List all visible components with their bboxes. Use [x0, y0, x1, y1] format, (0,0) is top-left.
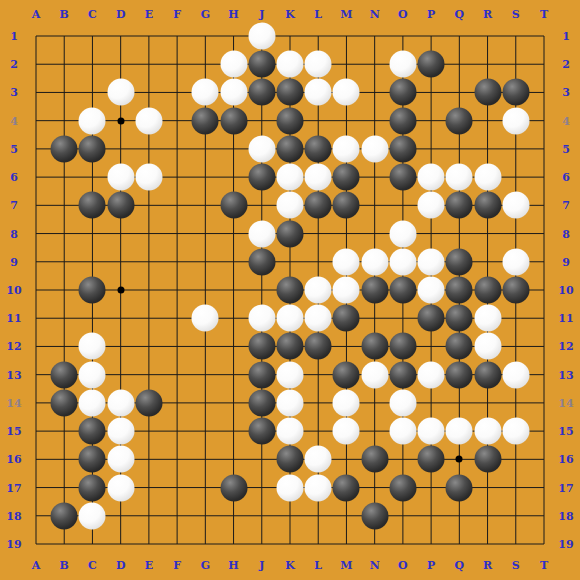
- white-stone-S9: [502, 248, 529, 275]
- white-stone-C4: [79, 107, 106, 134]
- black-stone-K16: [277, 446, 304, 473]
- white-stone-M5: [333, 135, 360, 162]
- black-stone-P16: [418, 446, 445, 473]
- black-stone-O13: [389, 361, 416, 388]
- row-label-19: 19: [6, 539, 21, 550]
- white-stone-D17: [107, 474, 134, 501]
- column-label-P: P: [427, 560, 435, 571]
- column-label-Q: Q: [455, 9, 465, 20]
- black-stone-J3: [248, 79, 275, 106]
- column-label-B: B: [60, 9, 69, 20]
- black-stone-H4: [220, 107, 247, 134]
- row-label-4: 4: [562, 115, 570, 126]
- black-stone-N16: [361, 446, 388, 473]
- black-stone-H17: [220, 474, 247, 501]
- white-stone-C14: [79, 389, 106, 416]
- black-stone-H7: [220, 192, 247, 219]
- row-label-9: 9: [562, 256, 570, 267]
- black-stone-Q17: [446, 474, 473, 501]
- black-stone-O6: [389, 164, 416, 191]
- column-label-T: T: [540, 9, 548, 20]
- column-label-S: S: [512, 560, 520, 571]
- column-label-A: A: [32, 9, 41, 20]
- black-stone-N18: [361, 502, 388, 529]
- column-label-C: C: [88, 560, 97, 571]
- row-label-18: 18: [6, 510, 21, 521]
- row-label-17: 17: [6, 482, 21, 493]
- white-stone-G3: [192, 79, 219, 106]
- black-stone-B14: [51, 389, 78, 416]
- row-label-12: 12: [558, 341, 573, 352]
- black-stone-D7: [107, 192, 134, 219]
- black-stone-O4: [389, 107, 416, 134]
- black-stone-N10: [361, 277, 388, 304]
- row-label-17: 17: [558, 482, 573, 493]
- row-label-12: 12: [6, 341, 21, 352]
- black-stone-O3: [389, 79, 416, 106]
- column-label-G: G: [201, 560, 210, 571]
- column-label-S: S: [512, 9, 520, 20]
- column-label-R: R: [483, 9, 492, 20]
- black-stone-K3: [277, 79, 304, 106]
- column-label-H: H: [228, 560, 238, 571]
- black-stone-Q4: [446, 107, 473, 134]
- row-label-2: 2: [562, 59, 570, 70]
- black-stone-O12: [389, 333, 416, 360]
- white-stone-P6: [418, 164, 445, 191]
- row-label-1: 1: [10, 31, 18, 42]
- white-stone-R12: [474, 333, 501, 360]
- white-stone-J8: [248, 220, 275, 247]
- black-stone-R16: [474, 446, 501, 473]
- black-stone-K8: [277, 220, 304, 247]
- white-stone-C18: [79, 502, 106, 529]
- row-label-1: 1: [562, 31, 570, 42]
- column-label-R: R: [483, 560, 492, 571]
- white-stone-K2: [277, 51, 304, 78]
- white-stone-K7: [277, 192, 304, 219]
- white-stone-J5: [248, 135, 275, 162]
- white-stone-O2: [389, 51, 416, 78]
- column-label-L: L: [314, 9, 322, 20]
- black-stone-J9: [248, 248, 275, 275]
- column-label-E: E: [145, 9, 153, 20]
- column-label-K: K: [285, 9, 295, 20]
- black-stone-B5: [51, 135, 78, 162]
- white-stone-Q6: [446, 164, 473, 191]
- white-stone-M3: [333, 79, 360, 106]
- black-stone-K10: [277, 277, 304, 304]
- column-label-M: M: [340, 560, 352, 571]
- white-stone-R11: [474, 305, 501, 332]
- column-label-E: E: [145, 560, 153, 571]
- row-label-18: 18: [558, 510, 573, 521]
- row-label-3: 3: [562, 87, 570, 98]
- row-label-13: 13: [6, 369, 21, 380]
- column-label-F: F: [173, 9, 181, 20]
- row-label-15: 15: [6, 426, 21, 437]
- white-stone-O15: [389, 418, 416, 445]
- row-label-14: 14: [6, 397, 21, 408]
- row-label-10: 10: [6, 285, 21, 296]
- column-label-J: J: [259, 560, 264, 571]
- black-stone-C10: [79, 277, 106, 304]
- black-stone-P2: [418, 51, 445, 78]
- white-stone-O9: [389, 248, 416, 275]
- black-stone-M6: [333, 164, 360, 191]
- column-label-L: L: [314, 560, 322, 571]
- column-label-P: P: [427, 9, 435, 20]
- white-stone-O8: [389, 220, 416, 247]
- white-stone-P13: [418, 361, 445, 388]
- black-stone-M7: [333, 192, 360, 219]
- row-label-16: 16: [558, 454, 573, 465]
- row-label-9: 9: [10, 256, 18, 267]
- black-stone-O10: [389, 277, 416, 304]
- black-stone-S3: [502, 79, 529, 106]
- row-label-6: 6: [10, 172, 18, 183]
- row-label-8: 8: [562, 228, 570, 239]
- column-label-D: D: [116, 9, 126, 20]
- row-label-15: 15: [558, 426, 573, 437]
- black-stone-B13: [51, 361, 78, 388]
- white-stone-L16: [305, 446, 332, 473]
- black-stone-J6: [248, 164, 275, 191]
- white-stone-N5: [361, 135, 388, 162]
- star-point-Q16: [456, 456, 463, 463]
- black-stone-J15: [248, 418, 275, 445]
- row-label-8: 8: [10, 228, 18, 239]
- black-stone-Q13: [446, 361, 473, 388]
- black-stone-L7: [305, 192, 332, 219]
- white-stone-N9: [361, 248, 388, 275]
- column-label-O: O: [398, 9, 408, 20]
- black-stone-Q10: [446, 277, 473, 304]
- white-stone-P10: [418, 277, 445, 304]
- white-stone-K17: [277, 474, 304, 501]
- white-stone-S7: [502, 192, 529, 219]
- black-stone-R3: [474, 79, 501, 106]
- white-stone-C13: [79, 361, 106, 388]
- black-stone-G4: [192, 107, 219, 134]
- column-label-J: J: [259, 9, 264, 20]
- white-stone-E6: [135, 164, 162, 191]
- row-label-16: 16: [6, 454, 21, 465]
- black-stone-C5: [79, 135, 106, 162]
- white-stone-J11: [248, 305, 275, 332]
- white-stone-P9: [418, 248, 445, 275]
- column-label-Q: Q: [455, 560, 465, 571]
- white-stone-D14: [107, 389, 134, 416]
- white-stone-H2: [220, 51, 247, 78]
- black-stone-L12: [305, 333, 332, 360]
- column-label-N: N: [370, 560, 380, 571]
- black-stone-R7: [474, 192, 501, 219]
- star-point-D4: [117, 117, 124, 124]
- white-stone-K6: [277, 164, 304, 191]
- black-stone-R10: [474, 277, 501, 304]
- white-stone-L6: [305, 164, 332, 191]
- white-stone-D6: [107, 164, 134, 191]
- white-stone-G11: [192, 305, 219, 332]
- black-stone-J2: [248, 51, 275, 78]
- row-label-11: 11: [6, 313, 21, 324]
- white-stone-L11: [305, 305, 332, 332]
- column-label-A: A: [32, 560, 41, 571]
- row-label-7: 7: [10, 200, 18, 211]
- row-label-13: 13: [558, 369, 573, 380]
- white-stone-M10: [333, 277, 360, 304]
- black-stone-C16: [79, 446, 106, 473]
- white-stone-R6: [474, 164, 501, 191]
- row-label-2: 2: [10, 59, 18, 70]
- column-label-O: O: [398, 560, 408, 571]
- white-stone-K14: [277, 389, 304, 416]
- black-stone-Q11: [446, 305, 473, 332]
- row-label-10: 10: [558, 285, 573, 296]
- black-stone-Q9: [446, 248, 473, 275]
- white-stone-L2: [305, 51, 332, 78]
- white-stone-J1: [248, 23, 275, 50]
- black-stone-K4: [277, 107, 304, 134]
- white-stone-R15: [474, 418, 501, 445]
- white-stone-K13: [277, 361, 304, 388]
- black-stone-Q7: [446, 192, 473, 219]
- row-label-19: 19: [558, 539, 573, 550]
- column-label-B: B: [60, 560, 69, 571]
- black-stone-N12: [361, 333, 388, 360]
- white-stone-L10: [305, 277, 332, 304]
- row-label-14: 14: [558, 397, 573, 408]
- black-stone-J14: [248, 389, 275, 416]
- white-stone-L3: [305, 79, 332, 106]
- black-stone-R13: [474, 361, 501, 388]
- black-stone-J12: [248, 333, 275, 360]
- black-stone-C15: [79, 418, 106, 445]
- column-label-F: F: [173, 560, 181, 571]
- black-stone-M17: [333, 474, 360, 501]
- black-stone-S10: [502, 277, 529, 304]
- white-stone-M9: [333, 248, 360, 275]
- star-point-D10: [117, 287, 124, 294]
- column-label-M: M: [340, 9, 352, 20]
- white-stone-L17: [305, 474, 332, 501]
- column-label-D: D: [116, 560, 126, 571]
- black-stone-P11: [418, 305, 445, 332]
- white-stone-Q15: [446, 418, 473, 445]
- black-stone-K5: [277, 135, 304, 162]
- black-stone-J13: [248, 361, 275, 388]
- black-stone-M13: [333, 361, 360, 388]
- white-stone-E4: [135, 107, 162, 134]
- row-label-3: 3: [10, 87, 18, 98]
- black-stone-B18: [51, 502, 78, 529]
- white-stone-K11: [277, 305, 304, 332]
- white-stone-M15: [333, 418, 360, 445]
- white-stone-S4: [502, 107, 529, 134]
- white-stone-M14: [333, 389, 360, 416]
- white-stone-H3: [220, 79, 247, 106]
- black-stone-M11: [333, 305, 360, 332]
- row-label-4: 4: [10, 115, 18, 126]
- row-label-5: 5: [562, 143, 570, 154]
- white-stone-D15: [107, 418, 134, 445]
- white-stone-D16: [107, 446, 134, 473]
- column-label-H: H: [228, 9, 238, 20]
- black-stone-O5: [389, 135, 416, 162]
- black-stone-C17: [79, 474, 106, 501]
- go-board[interactable]: AABBCCDDEEFFGGHHJJKKLLMMNNOOPPQQRRSSTT11…: [0, 0, 580, 580]
- column-label-G: G: [201, 9, 210, 20]
- row-label-6: 6: [562, 172, 570, 183]
- white-stone-P15: [418, 418, 445, 445]
- black-stone-L5: [305, 135, 332, 162]
- row-label-5: 5: [10, 143, 18, 154]
- row-label-11: 11: [558, 313, 573, 324]
- white-stone-O14: [389, 389, 416, 416]
- black-stone-K12: [277, 333, 304, 360]
- white-stone-K15: [277, 418, 304, 445]
- row-label-7: 7: [562, 200, 570, 211]
- column-label-N: N: [370, 9, 380, 20]
- black-stone-E14: [135, 389, 162, 416]
- white-stone-N13: [361, 361, 388, 388]
- column-label-T: T: [540, 560, 548, 571]
- black-stone-Q12: [446, 333, 473, 360]
- column-label-K: K: [285, 560, 295, 571]
- black-stone-C7: [79, 192, 106, 219]
- white-stone-S15: [502, 418, 529, 445]
- white-stone-P7: [418, 192, 445, 219]
- black-stone-O17: [389, 474, 416, 501]
- white-stone-D3: [107, 79, 134, 106]
- column-label-C: C: [88, 9, 97, 20]
- white-stone-S13: [502, 361, 529, 388]
- white-stone-C12: [79, 333, 106, 360]
